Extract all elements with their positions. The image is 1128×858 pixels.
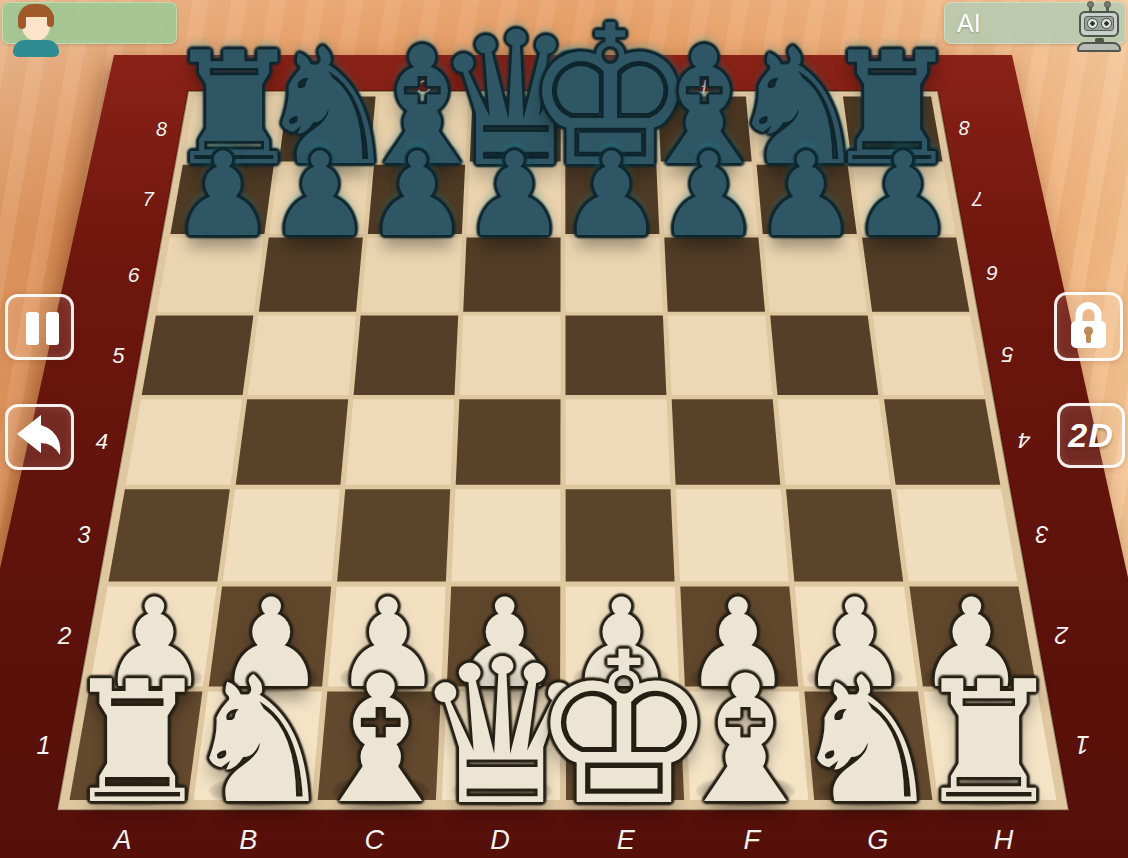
- square-c4[interactable]: [346, 399, 455, 485]
- square-h3[interactable]: [896, 489, 1017, 581]
- square-e4[interactable]: [566, 399, 671, 485]
- robot-avatar-icon: [1077, 2, 1121, 52]
- ai-bar: AI: [944, 2, 1126, 44]
- square-c3[interactable]: [337, 489, 450, 581]
- game-stage: AABBCCDDEEFFGGHH1122334455667788 ♜♞♝♛♚♝♞…: [0, 0, 1128, 858]
- square-a4[interactable]: [126, 399, 242, 485]
- rank-label-left-1: 1: [37, 731, 51, 759]
- square-f5[interactable]: [668, 316, 773, 396]
- piece-black-pawn-a7[interactable]: ♟: [171, 137, 275, 253]
- piece-black-pawn-d7[interactable]: ♟: [462, 137, 566, 253]
- square-e5[interactable]: [566, 316, 667, 396]
- rank-label-right-6: 6: [986, 262, 998, 285]
- square-f4[interactable]: [672, 399, 781, 485]
- rank-label-left-4: 4: [95, 428, 108, 454]
- rank-label-left-3: 3: [77, 522, 90, 548]
- player-bar: [2, 2, 177, 44]
- ai-label: AI: [957, 2, 981, 44]
- square-d4[interactable]: [456, 399, 561, 485]
- piece-white-rook-h1[interactable]: ♜: [913, 659, 1064, 827]
- square-a5[interactable]: [142, 316, 254, 396]
- square-b3[interactable]: [223, 489, 340, 581]
- square-b4[interactable]: [236, 399, 349, 485]
- square-d5[interactable]: [460, 316, 561, 396]
- rank-label-right-5: 5: [1001, 342, 1014, 367]
- view-2d-button[interactable]: 2D: [1057, 403, 1125, 468]
- piece-black-pawn-g7[interactable]: ♟: [754, 137, 858, 253]
- square-g5[interactable]: [770, 316, 878, 396]
- rank-label-right-1: 1: [1075, 731, 1089, 759]
- square-a3[interactable]: [109, 489, 230, 581]
- rank-label-left-7: 7: [142, 188, 154, 210]
- piece-black-pawn-c7[interactable]: ♟: [365, 137, 469, 253]
- square-h5[interactable]: [873, 316, 985, 396]
- square-h4[interactable]: [884, 399, 1000, 485]
- undo-arrow-icon: [8, 407, 71, 467]
- rank-label-right-7: 7: [972, 188, 984, 210]
- rank-label-right-4: 4: [1018, 428, 1031, 454]
- square-b5[interactable]: [248, 316, 356, 396]
- square-f3[interactable]: [676, 489, 789, 581]
- human-avatar-icon: [9, 3, 63, 57]
- square-g4[interactable]: [778, 399, 891, 485]
- lock-button[interactable]: [1054, 292, 1123, 361]
- rank-label-left-6: 6: [128, 263, 140, 286]
- square-d3[interactable]: [451, 489, 560, 581]
- view-2d-label: 2D: [1060, 406, 1122, 465]
- lock-icon: [1057, 295, 1120, 358]
- rank-label-right-3: 3: [1036, 521, 1049, 547]
- piece-black-pawn-h7[interactable]: ♟: [851, 137, 955, 253]
- square-e3[interactable]: [566, 489, 675, 581]
- pause-button[interactable]: [5, 294, 74, 360]
- square-c5[interactable]: [354, 316, 459, 396]
- piece-black-pawn-f7[interactable]: ♟: [657, 137, 761, 253]
- square-g3[interactable]: [786, 489, 903, 581]
- piece-black-pawn-b7[interactable]: ♟: [268, 137, 372, 253]
- rank-label-left-5: 5: [112, 343, 125, 368]
- undo-button[interactable]: [5, 404, 74, 470]
- piece-black-pawn-e7[interactable]: ♟: [560, 137, 664, 253]
